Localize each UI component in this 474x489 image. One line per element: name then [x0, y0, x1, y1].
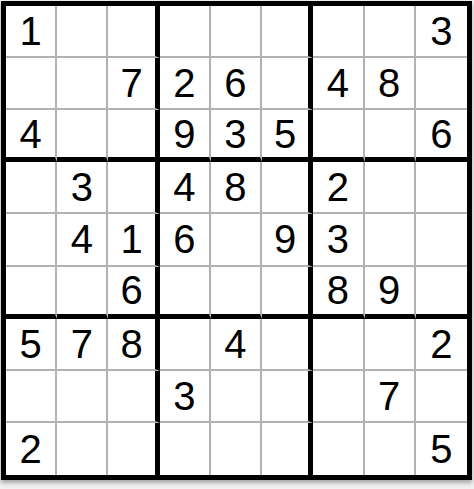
cell-r2c7[interactable]: 4 — [313, 58, 364, 110]
cell-r4c2[interactable]: 3 — [57, 162, 108, 214]
cell-r6c6[interactable] — [262, 267, 313, 319]
cell-r7c2[interactable]: 7 — [57, 319, 108, 371]
cell-r8c5[interactable] — [211, 371, 262, 423]
cell-r2c5[interactable]: 6 — [211, 58, 262, 110]
cell-r9c6[interactable] — [262, 423, 313, 475]
cell-r1c5[interactable] — [211, 6, 262, 58]
cell-r5c8[interactable] — [365, 214, 416, 266]
cell-r6c9[interactable] — [416, 267, 467, 319]
cell-r3c8[interactable] — [365, 110, 416, 162]
cell-r8c3[interactable] — [108, 371, 159, 423]
cell-r1c3[interactable] — [108, 6, 159, 58]
cell-r7c7[interactable] — [313, 319, 364, 371]
cell-r6c3[interactable]: 6 — [108, 267, 159, 319]
cell-r8c4[interactable]: 3 — [160, 371, 211, 423]
cell-r5c3[interactable]: 1 — [108, 214, 159, 266]
cell-r1c6[interactable] — [262, 6, 313, 58]
cell-r6c2[interactable] — [57, 267, 108, 319]
cell-r7c1[interactable]: 5 — [6, 319, 57, 371]
cell-r6c4[interactable] — [160, 267, 211, 319]
cell-r9c1[interactable]: 2 — [6, 423, 57, 475]
cell-r1c7[interactable] — [313, 6, 364, 58]
cell-r8c8[interactable]: 7 — [365, 371, 416, 423]
cell-r4c3[interactable] — [108, 162, 159, 214]
cell-r3c9[interactable]: 6 — [416, 110, 467, 162]
cell-r4c6[interactable] — [262, 162, 313, 214]
cell-r8c7[interactable] — [313, 371, 364, 423]
cell-r2c3[interactable]: 7 — [108, 58, 159, 110]
cell-r9c5[interactable] — [211, 423, 262, 475]
cell-r1c9[interactable]: 3 — [416, 6, 467, 58]
cell-r5c6[interactable]: 9 — [262, 214, 313, 266]
cell-r1c1[interactable]: 1 — [6, 6, 57, 58]
cell-r2c2[interactable] — [57, 58, 108, 110]
cell-r5c2[interactable]: 4 — [57, 214, 108, 266]
cell-r3c1[interactable]: 4 — [6, 110, 57, 162]
cell-r2c9[interactable] — [416, 58, 467, 110]
cell-r5c1[interactable] — [6, 214, 57, 266]
cell-r3c6[interactable]: 5 — [262, 110, 313, 162]
cell-r7c9[interactable]: 2 — [416, 319, 467, 371]
cell-r7c3[interactable]: 8 — [108, 319, 159, 371]
cell-r7c4[interactable] — [160, 319, 211, 371]
cell-r6c5[interactable] — [211, 267, 262, 319]
cell-r2c6[interactable] — [262, 58, 313, 110]
cell-r3c3[interactable] — [108, 110, 159, 162]
cell-r7c5[interactable]: 4 — [211, 319, 262, 371]
cell-r9c7[interactable] — [313, 423, 364, 475]
sudoku-board: 137264849356348241693689578423725 — [1, 1, 472, 480]
cell-r8c6[interactable] — [262, 371, 313, 423]
cell-r9c3[interactable] — [108, 423, 159, 475]
cell-r6c8[interactable]: 9 — [365, 267, 416, 319]
cell-r8c2[interactable] — [57, 371, 108, 423]
cell-r4c4[interactable]: 4 — [160, 162, 211, 214]
cell-r1c8[interactable] — [365, 6, 416, 58]
cell-r5c4[interactable]: 6 — [160, 214, 211, 266]
cell-r3c5[interactable]: 3 — [211, 110, 262, 162]
cell-r3c7[interactable] — [313, 110, 364, 162]
cell-r2c1[interactable] — [6, 58, 57, 110]
cell-r5c5[interactable] — [211, 214, 262, 266]
cell-r5c7[interactable]: 3 — [313, 214, 364, 266]
cell-r4c5[interactable]: 8 — [211, 162, 262, 214]
cell-r4c8[interactable] — [365, 162, 416, 214]
cell-r5c9[interactable] — [416, 214, 467, 266]
cell-r7c8[interactable] — [365, 319, 416, 371]
cell-r4c7[interactable]: 2 — [313, 162, 364, 214]
cell-r1c4[interactable] — [160, 6, 211, 58]
cell-r8c9[interactable] — [416, 371, 467, 423]
cell-r9c4[interactable] — [160, 423, 211, 475]
cell-r2c8[interactable]: 8 — [365, 58, 416, 110]
cell-r4c9[interactable] — [416, 162, 467, 214]
cell-r9c8[interactable] — [365, 423, 416, 475]
cell-r3c2[interactable] — [57, 110, 108, 162]
cell-r7c6[interactable] — [262, 319, 313, 371]
cell-r2c4[interactable]: 2 — [160, 58, 211, 110]
cell-r1c2[interactable] — [57, 6, 108, 58]
cell-r6c7[interactable]: 8 — [313, 267, 364, 319]
cell-r6c1[interactable] — [6, 267, 57, 319]
cell-r9c9[interactable]: 5 — [416, 423, 467, 475]
cell-r4c1[interactable] — [6, 162, 57, 214]
cell-r3c4[interactable]: 9 — [160, 110, 211, 162]
cell-r8c1[interactable] — [6, 371, 57, 423]
cell-r9c2[interactable] — [57, 423, 108, 475]
